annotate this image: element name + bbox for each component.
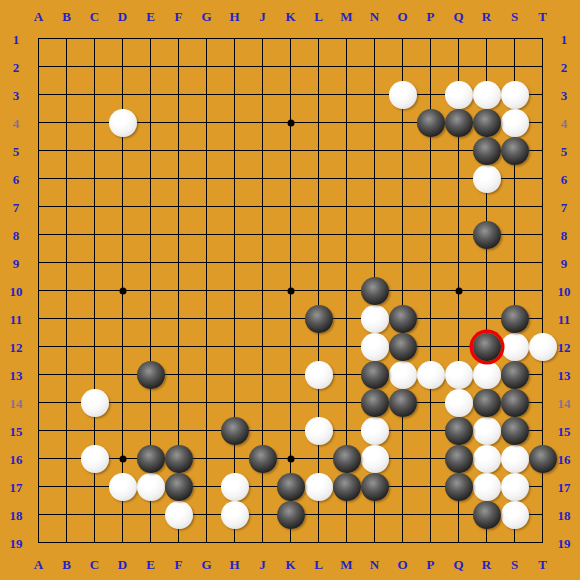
stone-black-Q16 <box>445 445 473 473</box>
stone-white-L13 <box>305 361 333 389</box>
col-label-top: K <box>285 10 295 23</box>
stone-black-P4 <box>417 109 445 137</box>
row-label-left: 13 <box>10 368 23 381</box>
row-label-right: 13 <box>558 368 571 381</box>
star-point <box>287 455 294 462</box>
stone-white-R17 <box>473 473 501 501</box>
stone-white-S3 <box>501 81 529 109</box>
col-label-bottom: F <box>175 558 183 571</box>
col-label-top: A <box>34 10 43 23</box>
col-label-top: J <box>259 10 266 23</box>
col-label-top: H <box>229 10 239 23</box>
stone-white-S18 <box>501 501 529 529</box>
row-label-right: 4 <box>561 116 568 129</box>
stone-black-M17 <box>333 473 361 501</box>
stone-black-R5 <box>473 137 501 165</box>
star-point <box>455 287 462 294</box>
stone-black-O12 <box>389 333 417 361</box>
col-label-top: C <box>90 10 99 23</box>
col-label-bottom: R <box>482 558 491 571</box>
row-label-right: 2 <box>561 60 568 73</box>
stone-white-Q13 <box>445 361 473 389</box>
col-label-bottom: K <box>285 558 295 571</box>
row-label-right: 16 <box>558 452 571 465</box>
stone-white-C14 <box>81 389 109 417</box>
row-label-left: 7 <box>13 200 20 213</box>
row-label-right: 12 <box>558 340 571 353</box>
col-label-bottom: H <box>229 558 239 571</box>
stone-white-R6 <box>473 165 501 193</box>
row-label-left: 11 <box>10 312 22 325</box>
stone-white-N16 <box>361 445 389 473</box>
row-label-left: 12 <box>10 340 23 353</box>
row-label-left: 17 <box>10 480 23 493</box>
stone-white-C16 <box>81 445 109 473</box>
col-label-top: Q <box>453 10 463 23</box>
stone-black-S11 <box>501 305 529 333</box>
row-label-left: 2 <box>13 60 20 73</box>
col-label-bottom: G <box>201 558 211 571</box>
col-label-bottom: D <box>118 558 127 571</box>
stone-white-S17 <box>501 473 529 501</box>
row-label-left: 8 <box>13 228 20 241</box>
stone-black-K18 <box>277 501 305 529</box>
stone-black-M16 <box>333 445 361 473</box>
col-label-top: B <box>62 10 71 23</box>
row-label-right: 18 <box>558 508 571 521</box>
col-label-bottom: C <box>90 558 99 571</box>
row-label-left: 18 <box>10 508 23 521</box>
stone-white-S4 <box>501 109 529 137</box>
star-point <box>287 287 294 294</box>
row-label-right: 15 <box>558 424 571 437</box>
grid-vline <box>402 38 403 543</box>
col-label-bottom: S <box>511 558 518 571</box>
stone-white-Q14 <box>445 389 473 417</box>
col-label-top: F <box>175 10 183 23</box>
stone-black-Q15 <box>445 417 473 445</box>
row-label-right: 17 <box>558 480 571 493</box>
star-point <box>119 455 126 462</box>
stone-black-R8 <box>473 221 501 249</box>
col-label-top: D <box>118 10 127 23</box>
row-label-right: 8 <box>561 228 568 241</box>
col-label-bottom: E <box>146 558 155 571</box>
col-label-top: R <box>482 10 491 23</box>
stone-white-D4 <box>109 109 137 137</box>
col-label-top: S <box>511 10 518 23</box>
stone-black-N14 <box>361 389 389 417</box>
stone-white-S12 <box>501 333 529 361</box>
stone-black-K17 <box>277 473 305 501</box>
col-label-top: G <box>201 10 211 23</box>
stone-white-N11 <box>361 305 389 333</box>
stone-black-F17 <box>165 473 193 501</box>
stone-black-L11 <box>305 305 333 333</box>
stone-black-S13 <box>501 361 529 389</box>
stone-white-F18 <box>165 501 193 529</box>
col-label-bottom: Q <box>453 558 463 571</box>
stone-black-N10 <box>361 277 389 305</box>
stone-black-S14 <box>501 389 529 417</box>
row-label-left: 5 <box>13 144 20 157</box>
col-label-bottom: M <box>340 558 352 571</box>
row-label-right: 7 <box>561 200 568 213</box>
stone-black-Q4 <box>445 109 473 137</box>
stone-white-R13 <box>473 361 501 389</box>
grid-hline <box>38 346 543 347</box>
stone-white-O3 <box>389 81 417 109</box>
col-label-bottom: L <box>314 558 323 571</box>
row-label-left: 4 <box>13 116 20 129</box>
row-label-left: 10 <box>10 284 23 297</box>
stone-black-E16 <box>137 445 165 473</box>
stone-black-R4 <box>473 109 501 137</box>
stone-black-F16 <box>165 445 193 473</box>
col-label-top: T <box>538 10 547 23</box>
stone-white-L15 <box>305 417 333 445</box>
last-move-stone-black-R12 <box>473 333 501 361</box>
stone-white-N15 <box>361 417 389 445</box>
stone-black-N17 <box>361 473 389 501</box>
col-label-bottom: A <box>34 558 43 571</box>
stone-black-J16 <box>249 445 277 473</box>
stone-white-N12 <box>361 333 389 361</box>
grid-hline <box>38 318 543 319</box>
col-label-top: E <box>146 10 155 23</box>
star-point <box>287 119 294 126</box>
col-label-top: P <box>427 10 435 23</box>
col-label-top: L <box>314 10 323 23</box>
row-label-right: 3 <box>561 88 568 101</box>
col-label-bottom: J <box>259 558 266 571</box>
row-label-left: 16 <box>10 452 23 465</box>
col-label-top: O <box>397 10 407 23</box>
row-label-right: 10 <box>558 284 571 297</box>
row-label-right: 9 <box>561 256 568 269</box>
star-point <box>119 287 126 294</box>
row-label-right: 14 <box>558 396 571 409</box>
stone-white-E17 <box>137 473 165 501</box>
stone-white-S16 <box>501 445 529 473</box>
stone-black-S5 <box>501 137 529 165</box>
row-label-left: 6 <box>13 172 20 185</box>
stone-white-R16 <box>473 445 501 473</box>
col-label-bottom: T <box>538 558 547 571</box>
row-label-left: 19 <box>10 536 23 549</box>
row-label-left: 1 <box>13 32 20 45</box>
col-label-bottom: O <box>397 558 407 571</box>
col-label-bottom: N <box>370 558 379 571</box>
stone-black-H15 <box>221 417 249 445</box>
row-label-right: 11 <box>558 312 570 325</box>
stone-black-Q17 <box>445 473 473 501</box>
row-label-right: 6 <box>561 172 568 185</box>
stone-white-L17 <box>305 473 333 501</box>
stone-white-Q3 <box>445 81 473 109</box>
row-label-left: 14 <box>10 396 23 409</box>
stone-black-S15 <box>501 417 529 445</box>
stone-white-R3 <box>473 81 501 109</box>
col-label-bottom: B <box>62 558 71 571</box>
col-label-top: N <box>370 10 379 23</box>
stone-white-O13 <box>389 361 417 389</box>
stone-white-H17 <box>221 473 249 501</box>
grid-vline <box>318 38 319 543</box>
stone-white-R15 <box>473 417 501 445</box>
col-label-bottom: P <box>427 558 435 571</box>
row-label-left: 3 <box>13 88 20 101</box>
stone-white-D17 <box>109 473 137 501</box>
row-label-left: 15 <box>10 424 23 437</box>
stone-black-T16 <box>529 445 557 473</box>
stone-black-R18 <box>473 501 501 529</box>
grid-hline <box>38 542 543 543</box>
row-label-left: 9 <box>13 256 20 269</box>
col-label-top: M <box>340 10 352 23</box>
go-board[interactable]: AABBCCDDEEFFGGHHJJKKLLMMNNOOPPQQRRSSTT11… <box>0 0 580 580</box>
row-label-right: 1 <box>561 32 568 45</box>
stone-black-E13 <box>137 361 165 389</box>
stone-black-O11 <box>389 305 417 333</box>
stone-black-N13 <box>361 361 389 389</box>
stone-white-P13 <box>417 361 445 389</box>
stone-black-R14 <box>473 389 501 417</box>
stone-white-H18 <box>221 501 249 529</box>
stone-black-O14 <box>389 389 417 417</box>
stone-white-T12 <box>529 333 557 361</box>
row-label-right: 5 <box>561 144 568 157</box>
row-label-right: 19 <box>558 536 571 549</box>
